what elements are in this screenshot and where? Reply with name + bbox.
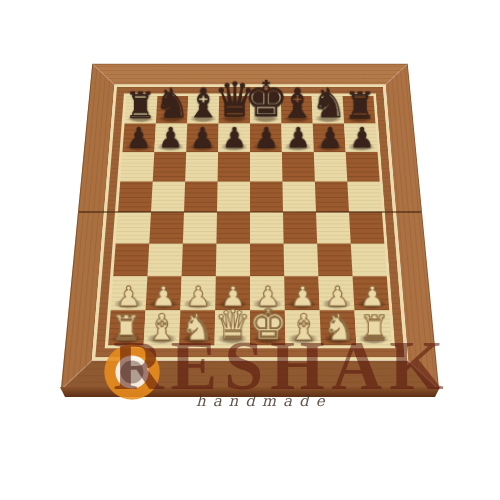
piece-white-rook: ♜ — [359, 311, 390, 345]
square-b8: ♞ — [156, 96, 188, 124]
square-c4 — [183, 212, 217, 244]
square-a6 — [120, 152, 154, 181]
piece-white-bishop: ♝ — [287, 309, 320, 346]
square-h8: ♜ — [343, 96, 376, 124]
piece-white-queen: ♛ — [214, 304, 251, 345]
square-a8: ♜ — [125, 96, 158, 124]
chess-board: ♜♞♝♛♚♝♞♜♟♟♟♟♟♟♟♟♟♟♟♟♟♟♟♟♜♝♞♛♚♝♞♜ — [61, 64, 439, 390]
square-g3 — [317, 244, 352, 277]
square-h4 — [349, 212, 384, 244]
piece-white-rook: ♜ — [110, 311, 141, 345]
board-front-edge — [60, 387, 440, 397]
square-g8: ♞ — [312, 96, 344, 124]
square-g1: ♞ — [320, 310, 357, 345]
square-a2: ♟ — [111, 276, 148, 310]
square-a7: ♟ — [122, 124, 155, 152]
square-f6 — [282, 152, 315, 181]
square-d7: ♟ — [218, 124, 250, 152]
square-h1: ♜ — [354, 310, 391, 345]
square-f8: ♝ — [281, 96, 313, 124]
piece-white-pawn: ♟ — [360, 283, 385, 310]
square-c1: ♞ — [179, 310, 215, 345]
square-a1: ♜ — [108, 310, 145, 345]
piece-black-pawn: ♟ — [317, 124, 342, 152]
piece-white-knight: ♞ — [322, 309, 355, 346]
square-b4 — [149, 212, 184, 244]
piece-black-rook: ♜ — [344, 87, 376, 123]
piece-black-pawn: ♟ — [158, 124, 183, 152]
piece-black-knight: ♞ — [311, 84, 347, 124]
piece-white-knight: ♞ — [180, 309, 213, 346]
piece-black-pawn: ♟ — [126, 124, 151, 152]
square-g7: ♟ — [313, 124, 346, 152]
square-a4 — [116, 212, 151, 244]
square-d3 — [216, 244, 250, 277]
square-d1: ♛ — [215, 310, 250, 345]
piece-black-pawn: ♟ — [285, 124, 310, 152]
piece-black-pawn: ♟ — [253, 124, 278, 152]
square-c3 — [182, 244, 217, 277]
square-h6 — [346, 152, 380, 181]
square-b1: ♝ — [144, 310, 181, 345]
piece-white-bishop: ♝ — [145, 309, 178, 346]
square-b3 — [147, 244, 182, 277]
piece-black-knight: ♞ — [154, 84, 190, 124]
piece-white-king: ♚ — [248, 302, 287, 345]
square-c7: ♟ — [186, 124, 218, 152]
square-e6 — [250, 152, 282, 181]
square-e3 — [250, 244, 284, 277]
square-b6 — [153, 152, 187, 181]
square-f1: ♝ — [285, 310, 321, 345]
square-f7: ♟ — [281, 124, 313, 152]
product-photo: ♜♞♝♛♚♝♞♜♟♟♟♟♟♟♟♟♟♟♟♟♟♟♟♟♜♝♞♛♚♝♞♜ RESHAK … — [0, 0, 500, 500]
piece-white-pawn: ♟ — [116, 283, 141, 310]
square-d4 — [216, 212, 250, 244]
piece-black-pawn: ♟ — [349, 124, 374, 152]
square-e8: ♚ — [250, 96, 281, 124]
square-c6 — [185, 152, 218, 181]
square-b7: ♟ — [154, 124, 187, 152]
square-e1: ♚ — [250, 310, 285, 345]
square-d6 — [218, 152, 250, 181]
piece-black-pawn: ♟ — [221, 124, 246, 152]
piece-black-rook: ♜ — [124, 87, 156, 123]
square-f4 — [283, 212, 317, 244]
square-e4 — [250, 212, 284, 244]
square-h3 — [351, 244, 387, 277]
piece-black-bishop: ♝ — [279, 84, 315, 124]
piece-black-pawn: ♟ — [190, 124, 215, 152]
square-g6 — [314, 152, 348, 181]
square-h7: ♟ — [344, 124, 377, 152]
playfield-grid: ♜♞♝♛♚♝♞♜♟♟♟♟♟♟♟♟♟♟♟♟♟♟♟♟♜♝♞♛♚♝♞♜ — [108, 96, 392, 345]
square-h2: ♟ — [353, 276, 390, 310]
square-a3 — [113, 244, 149, 277]
square-f3 — [284, 244, 319, 277]
square-g4 — [316, 212, 351, 244]
square-e7: ♟ — [250, 124, 282, 152]
